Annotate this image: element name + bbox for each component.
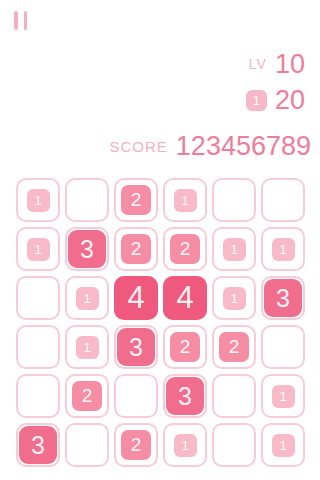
next-tile-count: 20 (275, 85, 305, 116)
grid-cell-r5c4[interactable]: 3 (163, 374, 207, 418)
tile-value-1[interactable]: 1 (27, 189, 50, 212)
level-indicator: LV 10 (249, 48, 305, 80)
grid-cell-r2c5[interactable]: 1 (212, 227, 256, 271)
tile-value-4[interactable]: 4 (163, 276, 207, 320)
grid-cell-r1c5[interactable] (212, 178, 256, 222)
tile-value-2[interactable]: 2 (219, 332, 249, 362)
tile-value-1[interactable]: 1 (272, 385, 295, 408)
grid-cell-r2c2[interactable]: 3 (65, 227, 109, 271)
tile-value-2[interactable]: 2 (72, 381, 102, 411)
grid-cell-r3c6[interactable]: 3 (261, 276, 305, 320)
grid-cell-r4c2[interactable]: 1 (65, 325, 109, 369)
grid-cell-r6c5[interactable] (212, 423, 256, 467)
grid-cell-r5c3[interactable] (114, 374, 158, 418)
tile-value-4[interactable]: 4 (114, 276, 158, 320)
tile-value-2[interactable]: 2 (121, 185, 151, 215)
grid-cell-r3c5[interactable]: 1 (212, 276, 256, 320)
tile-value-2[interactable]: 2 (170, 332, 200, 362)
grid-cell-r6c3[interactable]: 2 (114, 423, 158, 467)
tile-value-1[interactable]: 1 (27, 238, 50, 261)
score-indicator: SCORE 123456789 (110, 130, 312, 162)
tile-value-1[interactable]: 1 (272, 434, 295, 457)
grid-cell-r2c1[interactable]: 1 (16, 227, 60, 271)
pause-icon (14, 11, 18, 30)
grid-cell-r4c3[interactable]: 3 (114, 325, 158, 369)
grid-cell-r5c5[interactable] (212, 374, 256, 418)
level-label: LV (249, 56, 267, 72)
grid-cell-r4c4[interactable]: 2 (163, 325, 207, 369)
grid-cell-r5c6[interactable]: 1 (261, 374, 305, 418)
grid-cell-r5c2[interactable]: 2 (65, 374, 109, 418)
score-label: SCORE (110, 138, 168, 155)
tile-value-3[interactable]: 3 (68, 230, 106, 268)
grid-cell-r3c3[interactable]: 4 (114, 276, 158, 320)
grid-cell-r3c4[interactable]: 4 (163, 276, 207, 320)
tile-value-1[interactable]: 1 (174, 434, 197, 457)
next-tile-indicator: 1 20 (246, 84, 305, 116)
tile-value-2[interactable]: 2 (121, 234, 151, 264)
grid-cell-r4c5[interactable]: 2 (212, 325, 256, 369)
grid-cell-r6c1[interactable]: 3 (16, 423, 60, 467)
tile-value-3[interactable]: 3 (264, 279, 302, 317)
tile-value-2[interactable]: 2 (121, 430, 151, 460)
board-grid: 1211322111441313222313211 (16, 178, 305, 467)
tile-value-2[interactable]: 2 (170, 234, 200, 264)
tile-value-3[interactable]: 3 (117, 328, 155, 366)
tile-value-1[interactable]: 1 (272, 238, 295, 261)
pause-button[interactable] (14, 8, 40, 32)
game-screen: LV 10 1 20 SCORE 123456789 1211322111441… (0, 0, 320, 480)
level-value: 10 (275, 49, 305, 80)
tile-value-1[interactable]: 1 (76, 336, 99, 359)
tile-value-1[interactable]: 1 (174, 189, 197, 212)
grid-cell-r2c4[interactable]: 2 (163, 227, 207, 271)
next-tile-badge: 1 (246, 90, 267, 111)
tile-value-1[interactable]: 1 (223, 287, 246, 310)
tile-value-1[interactable]: 1 (76, 287, 99, 310)
tile-value-1[interactable]: 1 (223, 238, 246, 261)
grid-cell-r1c2[interactable] (65, 178, 109, 222)
grid-cell-r2c3[interactable]: 2 (114, 227, 158, 271)
score-value: 123456789 (176, 131, 311, 162)
grid-cell-r2c6[interactable]: 1 (261, 227, 305, 271)
grid-cell-r4c1[interactable] (16, 325, 60, 369)
tile-value-3[interactable]: 3 (19, 426, 57, 464)
grid-cell-r6c2[interactable] (65, 423, 109, 467)
pause-icon (24, 11, 28, 30)
grid-cell-r1c1[interactable]: 1 (16, 178, 60, 222)
grid-cell-r1c6[interactable] (261, 178, 305, 222)
grid-cell-r3c1[interactable] (16, 276, 60, 320)
grid-cell-r5c1[interactable] (16, 374, 60, 418)
grid-cell-r1c4[interactable]: 1 (163, 178, 207, 222)
tile-value-3[interactable]: 3 (166, 377, 204, 415)
grid-cell-r4c6[interactable] (261, 325, 305, 369)
grid-cell-r3c2[interactable]: 1 (65, 276, 109, 320)
grid-cell-r6c4[interactable]: 1 (163, 423, 207, 467)
grid-cell-r1c3[interactable]: 2 (114, 178, 158, 222)
grid-cell-r6c6[interactable]: 1 (261, 423, 305, 467)
